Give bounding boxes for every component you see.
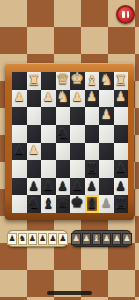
black-pawn-ghost: ♟ xyxy=(101,197,112,209)
square-b6[interactable] xyxy=(27,160,42,178)
square-b3[interactable] xyxy=(27,107,42,125)
square-f5[interactable] xyxy=(85,143,100,161)
chess-board[interactable]: ♜♛♚♝♞♜♟♟♞♟♟♟♟♞♟♟♜♟♟♟♟♟♟♟♞♝♛♚♝♟♜ xyxy=(12,72,128,213)
square-c6[interactable] xyxy=(41,160,56,178)
captured-piece-slot: ♟ xyxy=(122,233,131,245)
square-c2[interactable]: ♟ xyxy=(41,90,56,108)
black-pawn: ♟ xyxy=(115,180,126,192)
square-e5[interactable] xyxy=(70,143,85,161)
square-a4[interactable] xyxy=(12,125,27,143)
square-f4[interactable] xyxy=(85,125,100,143)
pause-button[interactable] xyxy=(116,5,135,24)
square-c7[interactable]: ♟ xyxy=(41,178,56,196)
captured-piece-slot: ♟ xyxy=(38,233,47,245)
black-king: ♚ xyxy=(71,195,84,210)
captured-piece-slot: ♟ xyxy=(28,233,37,245)
home-indicator[interactable] xyxy=(47,291,92,295)
black-knight: ♞ xyxy=(27,196,40,210)
captured-piece-slot: ♟ xyxy=(48,233,57,245)
captured-piece-slot: ♝ xyxy=(92,233,101,245)
square-e1[interactable]: ♚ xyxy=(70,72,85,90)
white-bishop: ♝ xyxy=(85,73,98,87)
square-e8[interactable]: ♚ xyxy=(70,195,85,213)
square-e2[interactable]: ♟ xyxy=(70,90,85,108)
square-g7[interactable] xyxy=(99,178,114,196)
square-a6[interactable] xyxy=(12,160,27,178)
square-g5[interactable] xyxy=(99,143,114,161)
square-d5[interactable] xyxy=(56,143,71,161)
black-pawn: ♟ xyxy=(28,180,39,192)
white-pawn: ♟ xyxy=(86,91,97,103)
square-g4[interactable] xyxy=(99,125,114,143)
square-c5[interactable] xyxy=(41,143,56,161)
white-pawn: ♟ xyxy=(28,144,39,156)
black-rook: ♜ xyxy=(114,196,127,210)
square-h8[interactable]: ♜ xyxy=(114,195,129,213)
white-rook: ♜ xyxy=(27,73,40,87)
black-pawn: ♟ xyxy=(43,180,54,192)
pause-icon xyxy=(127,11,130,18)
square-f8[interactable]: ♝ xyxy=(85,195,100,213)
square-d3[interactable] xyxy=(56,107,71,125)
square-a7[interactable] xyxy=(12,178,27,196)
square-g6[interactable] xyxy=(99,160,114,178)
white-knight: ♞ xyxy=(56,90,69,104)
black-bishop: ♝ xyxy=(85,196,98,210)
white-pawn: ♟ xyxy=(115,91,126,103)
square-b5[interactable]: ♟ xyxy=(27,143,42,161)
captured-piece-slot: ♟ xyxy=(82,233,91,245)
captured-piece-slot: ♞ xyxy=(18,233,27,245)
black-queen: ♛ xyxy=(56,195,69,210)
square-f3[interactable] xyxy=(85,107,100,125)
square-h5[interactable] xyxy=(114,143,129,161)
square-a2[interactable]: ♟ xyxy=(12,90,27,108)
white-rook: ♜ xyxy=(114,73,127,87)
square-d2[interactable]: ♞ xyxy=(56,90,71,108)
square-b7[interactable]: ♟ xyxy=(27,178,42,196)
white-pawn: ♟ xyxy=(101,109,112,121)
square-g2[interactable] xyxy=(99,90,114,108)
black-pawn: ♟ xyxy=(72,180,83,192)
square-e6[interactable] xyxy=(70,160,85,178)
captured-piece-slot: ♟ xyxy=(7,233,16,245)
square-c1[interactable] xyxy=(41,72,56,90)
square-a3[interactable] xyxy=(12,107,27,125)
chess-app-screen: ♜♛♚♝♞♜♟♟♞♟♟♟♟♞♟♟♜♟♟♟♟♟♟♟♞♝♛♚♝♟♜ ♟♞♟♟♟♟ ♟… xyxy=(0,0,139,300)
square-f7[interactable]: ♟ xyxy=(85,178,100,196)
square-h7[interactable]: ♟ xyxy=(114,178,129,196)
pause-icon xyxy=(122,11,125,18)
black-bishop: ♝ xyxy=(42,196,55,210)
square-h6[interactable]: ♟ xyxy=(114,160,129,178)
white-pawn: ♟ xyxy=(43,91,54,103)
square-h4[interactable] xyxy=(114,125,129,143)
captured-piece-slot: ♟ xyxy=(102,233,111,245)
square-d1[interactable]: ♛ xyxy=(56,72,71,90)
square-d6[interactable] xyxy=(56,160,71,178)
square-f6[interactable]: ♜ xyxy=(85,160,100,178)
white-pawn: ♟ xyxy=(72,91,83,103)
square-h2[interactable]: ♟ xyxy=(114,90,129,108)
captured-pieces-tray-black: ♟♞♟♟♟♟ xyxy=(8,230,67,247)
square-a1[interactable] xyxy=(12,72,27,90)
black-pawn: ♟ xyxy=(115,162,126,174)
captured-pieces-tray-white: ♟♟♝♟♟♟ xyxy=(72,230,131,247)
square-c8[interactable]: ♝ xyxy=(41,195,56,213)
white-knight: ♞ xyxy=(100,73,113,87)
black-pawn: ♟ xyxy=(57,180,68,192)
square-g3[interactable]: ♟ xyxy=(99,107,114,125)
captured-piece-slot: ♟ xyxy=(58,233,67,245)
square-e4[interactable] xyxy=(70,125,85,143)
black-knight: ♞ xyxy=(56,126,69,140)
square-d7[interactable]: ♟ xyxy=(56,178,71,196)
white-queen: ♛ xyxy=(56,72,69,87)
black-pawn: ♟ xyxy=(86,180,97,192)
square-g8[interactable]: ♟ xyxy=(99,195,114,213)
square-e3[interactable] xyxy=(70,107,85,125)
square-b8[interactable]: ♞ xyxy=(27,195,42,213)
black-rook: ♜ xyxy=(85,161,98,175)
square-b4[interactable] xyxy=(27,125,42,143)
square-a5[interactable]: ♟ xyxy=(12,143,27,161)
square-e7[interactable]: ♟ xyxy=(70,178,85,196)
square-f1[interactable]: ♝ xyxy=(85,72,100,90)
square-h1[interactable]: ♜ xyxy=(114,72,129,90)
square-b2[interactable] xyxy=(27,90,42,108)
square-f2[interactable]: ♟ xyxy=(85,90,100,108)
square-g1[interactable]: ♞ xyxy=(99,72,114,90)
square-c3[interactable] xyxy=(41,107,56,125)
captured-piece-slot: ♟ xyxy=(112,233,121,245)
square-c4[interactable] xyxy=(41,125,56,143)
square-d4[interactable]: ♞ xyxy=(56,125,71,143)
white-king: ♚ xyxy=(71,72,84,87)
square-a8[interactable] xyxy=(12,195,27,213)
square-h3[interactable] xyxy=(114,107,129,125)
board-frame: ♜♛♚♝♞♜♟♟♞♟♟♟♟♞♟♟♜♟♟♟♟♟♟♟♞♝♛♚♝♟♜ xyxy=(5,63,134,220)
captured-piece-slot: ♟ xyxy=(71,233,80,245)
black-pawn: ♟ xyxy=(14,144,25,156)
square-b1[interactable]: ♜ xyxy=(27,72,42,90)
white-pawn: ♟ xyxy=(14,91,25,103)
square-d8[interactable]: ♛ xyxy=(56,195,71,213)
